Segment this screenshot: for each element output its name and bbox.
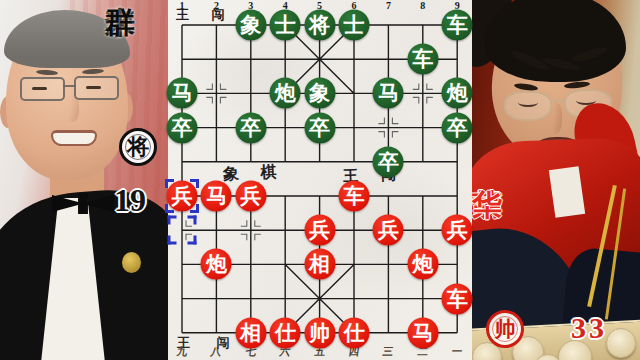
player-name-char: 群 bbox=[105, 6, 135, 39]
file-number-bottom: 三 bbox=[382, 345, 394, 359]
piece-black-马[interactable]: 马 bbox=[167, 78, 198, 109]
piece-black-炮[interactable]: 炮 bbox=[270, 78, 301, 109]
player-left-number: 19 bbox=[114, 182, 146, 219]
piece-black-象[interactable]: 象 bbox=[304, 78, 335, 109]
portrait-left-glasses-bridge bbox=[63, 85, 76, 87]
file-number-bottom: 八 bbox=[210, 345, 222, 359]
piece-black-卒[interactable]: 卒 bbox=[167, 112, 198, 143]
file-number-top: 8 bbox=[420, 0, 425, 11]
piece-red-兵[interactable]: 兵 bbox=[442, 215, 473, 246]
file-number-bottom: 一 bbox=[451, 345, 463, 359]
player-right-photo: 胡荣华 帅 33 bbox=[472, 0, 640, 360]
marker-corner bbox=[190, 204, 199, 213]
marker-corner bbox=[168, 216, 177, 225]
piece-red-车[interactable]: 车 bbox=[442, 283, 473, 314]
player-right-seal-badge: 帅 bbox=[486, 310, 524, 348]
piece-black-卒[interactable]: 卒 bbox=[373, 146, 404, 177]
last-move-to-marker bbox=[165, 179, 199, 213]
portrait-right-hair bbox=[484, 0, 626, 82]
last-move-from-marker bbox=[168, 216, 197, 245]
portrait-left-lapel-pin bbox=[122, 252, 141, 273]
portrait-left-mouth bbox=[51, 130, 97, 146]
piece-red-炮[interactable]: 炮 bbox=[407, 249, 438, 280]
piece-red-炮[interactable]: 炮 bbox=[201, 249, 232, 280]
marker-corner bbox=[168, 236, 177, 245]
piece-red-仕[interactable]: 仕 bbox=[270, 317, 301, 348]
piece-red-兵[interactable]: 兵 bbox=[373, 215, 404, 246]
file-number-top: 2 bbox=[214, 0, 219, 11]
piece-red-马[interactable]: 马 bbox=[407, 317, 438, 348]
player-left-seal-badge: 将 bbox=[119, 128, 157, 166]
marker-corner bbox=[188, 236, 197, 245]
piece-black-象[interactable]: 象 bbox=[235, 10, 266, 41]
marker-corner bbox=[188, 216, 197, 225]
piece-red-兵[interactable]: 兵 bbox=[235, 181, 266, 212]
portrait-left-nose bbox=[64, 94, 79, 122]
portrait-right-shirt bbox=[549, 166, 585, 218]
portrait-left-eye bbox=[32, 87, 47, 90]
piece-red-马[interactable]: 马 bbox=[201, 181, 232, 212]
marker-corner bbox=[190, 179, 199, 188]
file-number-top: 7 bbox=[386, 0, 391, 11]
watermark-top-left: 王 闯 bbox=[176, 6, 234, 24]
portrait-right-nose bbox=[546, 102, 562, 134]
piece-black-车[interactable]: 车 bbox=[442, 10, 473, 41]
xiangqi-board: 王 闯 王 闯 象 棋 王 闯 123456789九八七六五四三二一 象士将士车… bbox=[168, 0, 472, 360]
piece-black-卒[interactable]: 卒 bbox=[235, 112, 266, 143]
screenshot-root: 李来群 将 19 王 闯 王 闯 象 棋 王 闯 123456789九八七六五四… bbox=[0, 0, 640, 360]
piece-black-将[interactable]: 将 bbox=[304, 10, 335, 41]
piece-black-车[interactable]: 车 bbox=[407, 44, 438, 75]
portrait-right-eye bbox=[518, 98, 538, 107]
portrait-left-eye bbox=[86, 86, 101, 89]
piece-red-车[interactable]: 车 bbox=[339, 181, 370, 212]
marker-corner bbox=[165, 204, 174, 213]
piece-black-士[interactable]: 士 bbox=[270, 10, 301, 41]
player-left-photo: 李来群 将 19 bbox=[0, 0, 168, 360]
piece-red-相[interactable]: 相 bbox=[235, 317, 266, 348]
wooden-chess-piece bbox=[606, 328, 636, 358]
file-number-top: 1 bbox=[180, 0, 185, 11]
marker-corner bbox=[165, 179, 174, 188]
piece-black-卒[interactable]: 卒 bbox=[304, 112, 335, 143]
piece-black-卒[interactable]: 卒 bbox=[442, 112, 473, 143]
piece-red-仕[interactable]: 仕 bbox=[339, 317, 370, 348]
file-number-bottom: 九 bbox=[176, 345, 188, 359]
player-name-char: 华 bbox=[472, 188, 502, 221]
piece-black-士[interactable]: 士 bbox=[339, 10, 370, 41]
piece-red-兵[interactable]: 兵 bbox=[304, 215, 335, 246]
piece-red-帅[interactable]: 帅 bbox=[304, 317, 335, 348]
piece-red-相[interactable]: 相 bbox=[304, 249, 335, 280]
piece-black-炮[interactable]: 炮 bbox=[442, 78, 473, 109]
player-right-number: 33 bbox=[571, 311, 607, 345]
piece-black-马[interactable]: 马 bbox=[373, 78, 404, 109]
